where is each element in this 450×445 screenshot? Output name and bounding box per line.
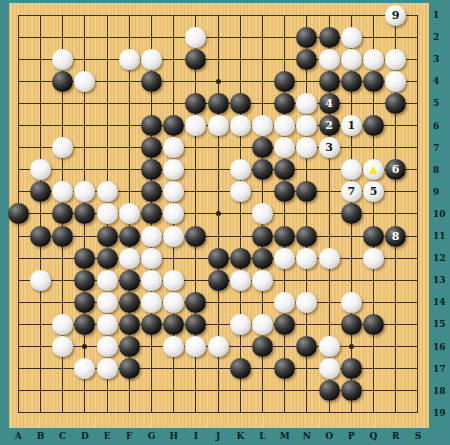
row-label-17: 17 bbox=[433, 364, 449, 374]
stone-K12[interactable] bbox=[230, 248, 251, 269]
stone-G3[interactable] bbox=[141, 49, 162, 70]
stone-E10[interactable] bbox=[97, 203, 118, 224]
stone-E9[interactable] bbox=[97, 181, 118, 202]
stone-H15[interactable] bbox=[163, 314, 184, 335]
stone-I2[interactable] bbox=[185, 27, 206, 48]
column-label-M: M bbox=[278, 431, 292, 441]
stone-M15[interactable] bbox=[274, 314, 295, 335]
stone-K5[interactable] bbox=[230, 93, 251, 114]
stone-Q11[interactable] bbox=[363, 226, 384, 247]
stone-P17[interactable] bbox=[341, 358, 362, 379]
stone-L7[interactable] bbox=[252, 137, 273, 158]
stone-Q6[interactable] bbox=[363, 115, 384, 136]
row-label-19: 19 bbox=[433, 408, 449, 418]
stone-R11[interactable]: 8 bbox=[385, 226, 406, 247]
column-label-F: F bbox=[122, 431, 136, 441]
column-label-R: R bbox=[389, 431, 403, 441]
stone-R3[interactable] bbox=[385, 49, 406, 70]
column-label-B: B bbox=[34, 431, 48, 441]
stone-M4[interactable] bbox=[274, 71, 295, 92]
grid-line-horizontal bbox=[18, 412, 418, 413]
stone-K8[interactable] bbox=[230, 159, 251, 180]
stone-L15[interactable] bbox=[252, 314, 273, 335]
stone-P15[interactable] bbox=[341, 314, 362, 335]
column-label-A: A bbox=[11, 431, 25, 441]
row-label-3: 3 bbox=[433, 54, 449, 64]
move-number-label: 4 bbox=[325, 98, 333, 109]
triangle-marker-icon: ▲ bbox=[369, 164, 377, 175]
row-label-1: 1 bbox=[433, 10, 449, 20]
column-label-Q: Q bbox=[367, 431, 381, 441]
move-number-label: 7 bbox=[347, 186, 355, 197]
stone-P3[interactable] bbox=[341, 49, 362, 70]
column-label-E: E bbox=[100, 431, 114, 441]
column-label-O: O bbox=[322, 431, 336, 441]
stone-N2[interactable] bbox=[296, 27, 317, 48]
move-number-label: 5 bbox=[370, 186, 378, 197]
stone-F13[interactable] bbox=[119, 270, 140, 291]
stone-G4[interactable] bbox=[141, 71, 162, 92]
row-label-16: 16 bbox=[433, 342, 449, 352]
stone-P2[interactable] bbox=[341, 27, 362, 48]
stone-F16[interactable] bbox=[119, 336, 140, 357]
stone-L12[interactable] bbox=[252, 248, 273, 269]
stone-J6[interactable] bbox=[208, 115, 229, 136]
stone-O3[interactable] bbox=[319, 49, 340, 70]
stone-O5[interactable]: 4 bbox=[319, 93, 340, 114]
stone-P8[interactable] bbox=[341, 159, 362, 180]
stone-D13[interactable] bbox=[74, 270, 95, 291]
stone-Q15[interactable] bbox=[363, 314, 384, 335]
stone-E14[interactable] bbox=[97, 292, 118, 313]
column-label-N: N bbox=[300, 431, 314, 441]
stone-R4[interactable] bbox=[385, 71, 406, 92]
stone-F3[interactable] bbox=[119, 49, 140, 70]
move-number-label: 6 bbox=[392, 164, 400, 175]
column-label-S: S bbox=[411, 431, 425, 441]
stone-N12[interactable] bbox=[296, 248, 317, 269]
grid-line-vertical bbox=[417, 15, 418, 413]
stone-O18[interactable] bbox=[319, 380, 340, 401]
stone-H14[interactable] bbox=[163, 292, 184, 313]
stone-E11[interactable] bbox=[97, 226, 118, 247]
stone-P9[interactable]: 7 bbox=[341, 181, 362, 202]
stone-B13[interactable] bbox=[30, 270, 51, 291]
stone-M14[interactable] bbox=[274, 292, 295, 313]
row-label-6: 6 bbox=[433, 121, 449, 131]
stone-R1[interactable]: 9 bbox=[385, 5, 406, 26]
stone-O12[interactable] bbox=[319, 248, 340, 269]
column-label-H: H bbox=[167, 431, 181, 441]
stone-D12[interactable] bbox=[74, 248, 95, 269]
stone-C4[interactable] bbox=[52, 71, 73, 92]
column-label-P: P bbox=[344, 431, 358, 441]
grid-line-vertical bbox=[240, 15, 241, 413]
stone-H13[interactable] bbox=[163, 270, 184, 291]
stone-P14[interactable] bbox=[341, 292, 362, 313]
row-label-12: 12 bbox=[433, 253, 449, 263]
stone-G6[interactable] bbox=[141, 115, 162, 136]
stone-K13[interactable] bbox=[230, 270, 251, 291]
column-label-G: G bbox=[145, 431, 159, 441]
stone-N3[interactable] bbox=[296, 49, 317, 70]
stone-K15[interactable] bbox=[230, 314, 251, 335]
stone-E15[interactable] bbox=[97, 314, 118, 335]
stone-G13[interactable] bbox=[141, 270, 162, 291]
column-label-L: L bbox=[256, 431, 270, 441]
stone-Q12[interactable] bbox=[363, 248, 384, 269]
stone-J13[interactable] bbox=[208, 270, 229, 291]
stone-E13[interactable] bbox=[97, 270, 118, 291]
stone-C11[interactable] bbox=[52, 226, 73, 247]
stone-C3[interactable] bbox=[52, 49, 73, 70]
stone-Q4[interactable] bbox=[363, 71, 384, 92]
row-label-14: 14 bbox=[433, 297, 449, 307]
row-label-7: 7 bbox=[433, 143, 449, 153]
grid-line-horizontal bbox=[18, 236, 418, 237]
row-label-18: 18 bbox=[433, 386, 449, 396]
stone-F14[interactable] bbox=[119, 292, 140, 313]
stone-K17[interactable] bbox=[230, 358, 251, 379]
stone-E12[interactable] bbox=[97, 248, 118, 269]
stone-M5[interactable] bbox=[274, 93, 295, 114]
stone-O4[interactable] bbox=[319, 71, 340, 92]
go-game-window: 94213▲6758ABCDEFGHIJKLMNOPQRS12345678910… bbox=[0, 0, 450, 445]
stone-M11[interactable] bbox=[274, 226, 295, 247]
row-label-2: 2 bbox=[433, 32, 449, 42]
row-label-13: 13 bbox=[433, 275, 449, 285]
stone-L6[interactable] bbox=[252, 115, 273, 136]
stone-L11[interactable] bbox=[252, 226, 273, 247]
row-label-8: 8 bbox=[433, 165, 449, 175]
move-number-label: 8 bbox=[392, 231, 400, 242]
stone-G15[interactable] bbox=[141, 314, 162, 335]
column-label-C: C bbox=[56, 431, 70, 441]
stone-M12[interactable] bbox=[274, 248, 295, 269]
column-label-J: J bbox=[211, 431, 225, 441]
star-point bbox=[349, 344, 354, 349]
stone-I11[interactable] bbox=[185, 226, 206, 247]
row-label-9: 9 bbox=[433, 187, 449, 197]
stone-P4[interactable] bbox=[341, 71, 362, 92]
move-number-label: 1 bbox=[347, 120, 355, 131]
stone-Q3[interactable] bbox=[363, 49, 384, 70]
stone-C15[interactable] bbox=[52, 314, 73, 335]
stone-O17[interactable] bbox=[319, 358, 340, 379]
stone-F11[interactable] bbox=[119, 226, 140, 247]
stone-B11[interactable] bbox=[30, 226, 51, 247]
stone-I3[interactable] bbox=[185, 49, 206, 70]
stone-J16[interactable] bbox=[208, 336, 229, 357]
row-label-10: 10 bbox=[433, 209, 449, 219]
row-label-11: 11 bbox=[433, 231, 449, 241]
column-label-D: D bbox=[78, 431, 92, 441]
stone-H11[interactable] bbox=[163, 226, 184, 247]
stone-L16[interactable] bbox=[252, 336, 273, 357]
stone-E17[interactable] bbox=[97, 358, 118, 379]
stone-O16[interactable] bbox=[319, 336, 340, 357]
stone-K9[interactable] bbox=[230, 181, 251, 202]
row-label-5: 5 bbox=[433, 98, 449, 108]
move-number-label: 3 bbox=[325, 142, 333, 153]
stone-G14[interactable] bbox=[141, 292, 162, 313]
column-label-K: K bbox=[233, 431, 247, 441]
stone-P18[interactable] bbox=[341, 380, 362, 401]
stone-R5[interactable] bbox=[385, 93, 406, 114]
stone-P6[interactable]: 1 bbox=[341, 115, 362, 136]
stone-N11[interactable] bbox=[296, 226, 317, 247]
stone-F12[interactable] bbox=[119, 248, 140, 269]
row-label-4: 4 bbox=[433, 76, 449, 86]
stone-F17[interactable] bbox=[119, 358, 140, 379]
star-point bbox=[216, 79, 221, 84]
column-label-I: I bbox=[189, 431, 203, 441]
stone-G12[interactable] bbox=[141, 248, 162, 269]
move-number-label: 2 bbox=[325, 120, 333, 131]
stone-G11[interactable] bbox=[141, 226, 162, 247]
stone-G7[interactable] bbox=[141, 137, 162, 158]
row-label-15: 15 bbox=[433, 319, 449, 329]
stone-O2[interactable] bbox=[319, 27, 340, 48]
move-number-label: 9 bbox=[392, 10, 400, 21]
stone-J5[interactable] bbox=[208, 93, 229, 114]
stone-F15[interactable] bbox=[119, 314, 140, 335]
stone-O6[interactable]: 2 bbox=[319, 115, 340, 136]
stone-O7[interactable]: 3 bbox=[319, 137, 340, 158]
stone-L13[interactable] bbox=[252, 270, 273, 291]
stone-J12[interactable] bbox=[208, 248, 229, 269]
stone-E16[interactable] bbox=[97, 336, 118, 357]
stone-K6[interactable] bbox=[230, 115, 251, 136]
